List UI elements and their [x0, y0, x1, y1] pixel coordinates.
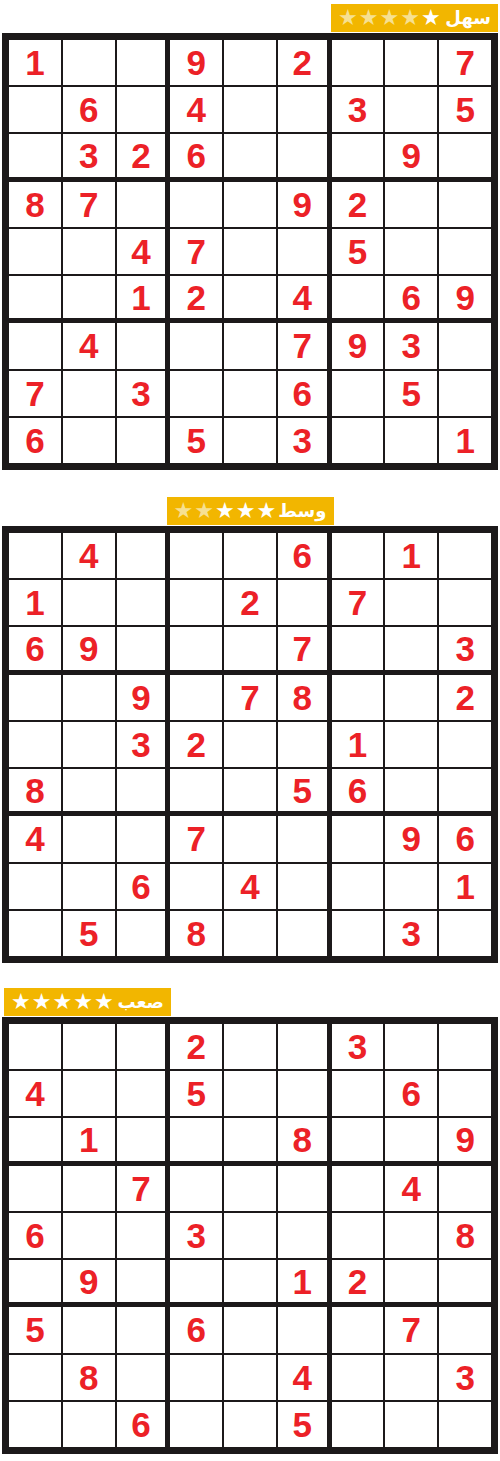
- cell-r4c1: [8, 674, 62, 721]
- cell-r7c3: [116, 815, 170, 862]
- cell-r1c2: 4: [62, 532, 116, 579]
- cell-r4c7: [331, 674, 385, 721]
- cell-r3c8: [384, 1117, 438, 1164]
- cell-r7c6: 7: [277, 322, 331, 369]
- cell-r2c5: [223, 1070, 277, 1117]
- cell-r7c5: [223, 1306, 277, 1353]
- cell-r2c5: [223, 86, 277, 133]
- cell-r3c9: [438, 133, 492, 180]
- cell-r2c7: 3: [331, 86, 385, 133]
- cell-r8c8: [384, 1354, 438, 1401]
- cell-r7c7: 9: [331, 322, 385, 369]
- cell-r6c1: 8: [8, 768, 62, 815]
- cell-r1c2: [62, 1023, 116, 1070]
- cell-r7c5: [223, 322, 277, 369]
- cell-r5c2: [62, 228, 116, 275]
- cell-r4c6: [277, 1165, 331, 1212]
- cell-r6c9: 9: [438, 275, 492, 322]
- cell-r2c2: [62, 1070, 116, 1117]
- cell-r2c3: [116, 1070, 170, 1117]
- cell-r8c3: 3: [116, 370, 170, 417]
- star-empty-icon: ★: [338, 7, 358, 29]
- star-filled-icon: ★: [215, 500, 235, 522]
- cell-r9c2: [62, 1401, 116, 1448]
- cell-r7c3: [116, 322, 170, 369]
- cell-r2c1: 4: [8, 1070, 62, 1117]
- cell-r3c5: [223, 626, 277, 673]
- cell-r1c7: 3: [331, 1023, 385, 1070]
- cell-r1c9: 7: [438, 39, 492, 86]
- cell-r4c2: 7: [62, 181, 116, 228]
- cell-r9c1: [8, 1401, 62, 1448]
- cell-r6c5: [223, 275, 277, 322]
- cell-r7c7: [331, 815, 385, 862]
- cell-r4c4: [169, 181, 223, 228]
- cell-r8c4: [169, 370, 223, 417]
- cell-r1c5: [223, 532, 277, 579]
- cell-r7c2: [62, 1306, 116, 1353]
- cell-r9c3: 6: [116, 1401, 170, 1448]
- star-empty-icon: ★: [379, 7, 399, 29]
- cell-r1c8: 1: [384, 532, 438, 579]
- cell-r7c9: [438, 1306, 492, 1353]
- cell-r5c1: 6: [8, 1212, 62, 1259]
- difficulty-banner-easy: ★★★★★ سهل: [331, 4, 498, 32]
- cell-r2c4: 4: [169, 86, 223, 133]
- star-filled-icon: ★: [32, 991, 52, 1013]
- cell-r1c1: [8, 532, 62, 579]
- cell-r3c7: [331, 133, 385, 180]
- cell-r9c4: 5: [169, 417, 223, 464]
- cell-r9c4: [169, 1401, 223, 1448]
- cell-r3c5: [223, 1117, 277, 1164]
- cell-r5c8: [384, 228, 438, 275]
- cell-r3c4: 6: [169, 133, 223, 180]
- cell-r6c2: [62, 768, 116, 815]
- cell-r2c3: [116, 579, 170, 626]
- cell-r4c8: [384, 181, 438, 228]
- cell-r3c2: 1: [62, 1117, 116, 1164]
- cell-r8c7: [331, 370, 385, 417]
- cell-r2c4: [169, 579, 223, 626]
- cell-r1c9: [438, 1023, 492, 1070]
- cell-r9c7: [331, 1401, 385, 1448]
- cell-r8c1: [8, 1354, 62, 1401]
- cell-r2c9: [438, 579, 492, 626]
- cell-r2c2: 6: [62, 86, 116, 133]
- cell-r3c4: [169, 1117, 223, 1164]
- cell-r7c2: [62, 815, 116, 862]
- cell-r8c3: [116, 1354, 170, 1401]
- cell-r1c7: [331, 39, 385, 86]
- cell-r1c3: [116, 39, 170, 86]
- cell-r7c1: 5: [8, 1306, 62, 1353]
- cell-r8c6: 6: [277, 370, 331, 417]
- sudoku-grid-medium: 461127697397823218564796641583: [2, 526, 498, 963]
- cell-r7c4: 6: [169, 1306, 223, 1353]
- cell-r4c6: 8: [277, 674, 331, 721]
- cell-r9c9: [438, 910, 492, 957]
- cell-r7c1: 4: [8, 815, 62, 862]
- cell-r2c9: [438, 1070, 492, 1117]
- cell-r4c2: [62, 1165, 116, 1212]
- cell-r4c9: [438, 181, 492, 228]
- cell-r8c5: [223, 1354, 277, 1401]
- cell-r5c8: [384, 721, 438, 768]
- cell-r6c7: 2: [331, 1259, 385, 1306]
- star-filled-icon: ★: [236, 500, 256, 522]
- cell-r8c2: [62, 370, 116, 417]
- cell-r4c3: 7: [116, 1165, 170, 1212]
- banner-row-medium: ★★★★★ وسط: [2, 497, 498, 525]
- cell-r6c1: [8, 275, 62, 322]
- cell-r5c5: [223, 1212, 277, 1259]
- cell-r3c6: 8: [277, 1117, 331, 1164]
- difficulty-banner-medium: ★★★★★ وسط: [167, 497, 334, 525]
- star-empty-icon: ★: [359, 7, 379, 29]
- cell-r6c6: 1: [277, 1259, 331, 1306]
- cell-r8c6: [277, 863, 331, 910]
- cell-r1c1: 1: [8, 39, 62, 86]
- cell-r3c4: [169, 626, 223, 673]
- cell-r9c2: 5: [62, 910, 116, 957]
- cell-r3c5: [223, 133, 277, 180]
- cell-r1c4: 9: [169, 39, 223, 86]
- cell-r4c1: 8: [8, 181, 62, 228]
- cell-r6c4: [169, 768, 223, 815]
- star-rating-hard: ★★★★★: [11, 991, 114, 1013]
- cell-r7c9: 6: [438, 815, 492, 862]
- cell-r2c6: [277, 86, 331, 133]
- cell-r5c6: [277, 228, 331, 275]
- cell-r6c4: [169, 1259, 223, 1306]
- cell-r2c1: 1: [8, 579, 62, 626]
- cell-r6c7: [331, 275, 385, 322]
- cell-r3c1: [8, 1117, 62, 1164]
- cell-r8c4: [169, 1354, 223, 1401]
- cell-r4c7: 2: [331, 181, 385, 228]
- cell-r3c6: [277, 133, 331, 180]
- cell-r8c4: [169, 863, 223, 910]
- cell-r1c6: 2: [277, 39, 331, 86]
- cell-r3c7: [331, 1117, 385, 1164]
- cell-r6c6: 4: [277, 275, 331, 322]
- cell-r9c6: [277, 910, 331, 957]
- cell-r5c7: 1: [331, 721, 385, 768]
- cell-r6c1: [8, 1259, 62, 1306]
- cell-r1c6: [277, 1023, 331, 1070]
- cell-r9c9: [438, 1401, 492, 1448]
- cell-r7c6: [277, 1306, 331, 1353]
- cell-r9c2: [62, 417, 116, 464]
- cell-r4c5: [223, 181, 277, 228]
- cell-r6c8: [384, 768, 438, 815]
- cell-r7c5: [223, 815, 277, 862]
- star-filled-icon: ★: [73, 991, 93, 1013]
- cell-r5c3: 4: [116, 228, 170, 275]
- cell-r4c5: 7: [223, 674, 277, 721]
- cell-r3c3: [116, 626, 170, 673]
- cell-r6c8: 6: [384, 275, 438, 322]
- cell-r2c4: 5: [169, 1070, 223, 1117]
- cell-r8c9: 1: [438, 863, 492, 910]
- star-filled-icon: ★: [11, 991, 31, 1013]
- cell-r5c4: 2: [169, 721, 223, 768]
- cell-r1c5: [223, 39, 277, 86]
- difficulty-label-medium: وسط: [278, 497, 326, 525]
- cell-r4c9: 2: [438, 674, 492, 721]
- cell-r4c8: 4: [384, 1165, 438, 1212]
- cell-r2c3: [116, 86, 170, 133]
- star-empty-icon: ★: [174, 500, 194, 522]
- cell-r4c4: [169, 1165, 223, 1212]
- cell-r4c1: [8, 1165, 62, 1212]
- cell-r8c1: [8, 863, 62, 910]
- cell-r1c4: [169, 532, 223, 579]
- cell-r5c9: 8: [438, 1212, 492, 1259]
- cell-r9c3: [116, 417, 170, 464]
- cell-r2c8: [384, 86, 438, 133]
- cell-r4c8: [384, 674, 438, 721]
- cell-r6c4: 2: [169, 275, 223, 322]
- cell-r6c9: [438, 1259, 492, 1306]
- star-empty-icon: ★: [194, 500, 214, 522]
- star-filled-icon: ★: [94, 991, 114, 1013]
- cell-r3c8: [384, 626, 438, 673]
- cell-r5c5: [223, 228, 277, 275]
- cell-r4c4: [169, 674, 223, 721]
- cell-r9c9: 1: [438, 417, 492, 464]
- cell-r9c8: [384, 1401, 438, 1448]
- banner-row-easy: ★★★★★ سهل: [2, 4, 498, 32]
- cell-r1c8: [384, 1023, 438, 1070]
- cell-r8c7: [331, 863, 385, 910]
- cell-r5c7: [331, 1212, 385, 1259]
- sudoku-grid-easy: 192764353269879247512469479373656531: [2, 33, 498, 470]
- cell-r7c4: 7: [169, 815, 223, 862]
- cell-r4c2: [62, 674, 116, 721]
- cell-r8c6: 4: [277, 1354, 331, 1401]
- cell-r6c8: [384, 1259, 438, 1306]
- banner-row-hard: ★★★★★ صعب: [4, 988, 498, 1016]
- cell-r5c3: 3: [116, 721, 170, 768]
- cell-r9c8: 3: [384, 910, 438, 957]
- cell-r7c3: [116, 1306, 170, 1353]
- star-empty-icon: ★: [400, 7, 420, 29]
- cell-r8c5: [223, 370, 277, 417]
- cell-r8c3: 6: [116, 863, 170, 910]
- cell-r3c7: [331, 626, 385, 673]
- cell-r7c8: 9: [384, 815, 438, 862]
- cell-r9c5: [223, 910, 277, 957]
- cell-r5c6: [277, 1212, 331, 1259]
- star-filled-icon: ★: [256, 500, 276, 522]
- cell-r4c5: [223, 1165, 277, 1212]
- cell-r8c9: 3: [438, 1354, 492, 1401]
- star-filled-icon: ★: [421, 7, 441, 29]
- cell-r7c9: [438, 322, 492, 369]
- cell-r6c5: [223, 1259, 277, 1306]
- cell-r6c2: 9: [62, 1259, 116, 1306]
- cell-r9c3: [116, 910, 170, 957]
- cell-r1c9: [438, 532, 492, 579]
- cell-r1c6: 6: [277, 532, 331, 579]
- cell-r7c1: [8, 322, 62, 369]
- cell-r5c7: 5: [331, 228, 385, 275]
- cell-r8c7: [331, 1354, 385, 1401]
- cell-r4c6: 9: [277, 181, 331, 228]
- cell-r9c1: [8, 910, 62, 957]
- cell-r1c4: 2: [169, 1023, 223, 1070]
- cell-r5c2: [62, 721, 116, 768]
- cell-r3c1: 6: [8, 626, 62, 673]
- cell-r5c2: [62, 1212, 116, 1259]
- cell-r8c8: [384, 863, 438, 910]
- cell-r1c7: [331, 532, 385, 579]
- cell-r6c7: 6: [331, 768, 385, 815]
- cell-r6c9: [438, 768, 492, 815]
- cell-r2c8: [384, 579, 438, 626]
- cell-r5c4: 7: [169, 228, 223, 275]
- cell-r8c2: [62, 863, 116, 910]
- cell-r5c5: [223, 721, 277, 768]
- cell-r3c9: 9: [438, 1117, 492, 1164]
- cell-r9c6: 3: [277, 417, 331, 464]
- cell-r4c3: [116, 181, 170, 228]
- cell-r1c5: [223, 1023, 277, 1070]
- cell-r7c4: [169, 322, 223, 369]
- cell-r4c3: 9: [116, 674, 170, 721]
- cell-r6c3: [116, 1259, 170, 1306]
- cell-r7c2: 4: [62, 322, 116, 369]
- star-filled-icon: ★: [52, 991, 72, 1013]
- cell-r3c9: 3: [438, 626, 492, 673]
- cell-r9c5: [223, 1401, 277, 1448]
- cell-r6c5: [223, 768, 277, 815]
- cell-r6c2: [62, 275, 116, 322]
- cell-r5c3: [116, 1212, 170, 1259]
- cell-r5c4: 3: [169, 1212, 223, 1259]
- cell-r1c2: [62, 39, 116, 86]
- cell-r3c3: [116, 1117, 170, 1164]
- cell-r8c8: 5: [384, 370, 438, 417]
- cell-r9c7: [331, 910, 385, 957]
- cell-r2c8: 6: [384, 1070, 438, 1117]
- cell-r8c2: 8: [62, 1354, 116, 1401]
- cell-r4c7: [331, 1165, 385, 1212]
- cell-r6c3: [116, 768, 170, 815]
- cell-r8c1: 7: [8, 370, 62, 417]
- cell-r9c1: 6: [8, 417, 62, 464]
- star-rating-medium: ★★★★★: [174, 500, 277, 522]
- cell-r5c8: [384, 1212, 438, 1259]
- cell-r7c8: 3: [384, 322, 438, 369]
- cell-r2c2: [62, 579, 116, 626]
- cell-r5c1: [8, 228, 62, 275]
- cell-r3c2: 3: [62, 133, 116, 180]
- cell-r2c7: [331, 1070, 385, 1117]
- cell-r9c6: 5: [277, 1401, 331, 1448]
- cell-r8c9: [438, 370, 492, 417]
- cell-r3c1: [8, 133, 62, 180]
- sudoku-grid-hard: 234561897463891256784365: [2, 1017, 498, 1454]
- cell-r3c2: 9: [62, 626, 116, 673]
- cell-r5c6: [277, 721, 331, 768]
- difficulty-label-hard: صعب: [117, 988, 164, 1016]
- difficulty-banner-hard: ★★★★★ صعب: [4, 988, 171, 1016]
- cell-r5c9: [438, 228, 492, 275]
- cell-r7c8: 7: [384, 1306, 438, 1353]
- cell-r6c3: 1: [116, 275, 170, 322]
- cell-r9c5: [223, 417, 277, 464]
- cell-r3c8: 9: [384, 133, 438, 180]
- cell-r5c1: [8, 721, 62, 768]
- cell-r7c7: [331, 1306, 385, 1353]
- cell-r2c1: [8, 86, 62, 133]
- cell-r3c6: 7: [277, 626, 331, 673]
- cell-r4c9: [438, 1165, 492, 1212]
- cell-r2c6: [277, 579, 331, 626]
- cell-r1c1: [8, 1023, 62, 1070]
- cell-r2c9: 5: [438, 86, 492, 133]
- cell-r9c4: 8: [169, 910, 223, 957]
- cell-r9c8: [384, 417, 438, 464]
- cell-r5c9: [438, 721, 492, 768]
- difficulty-label-easy: سهل: [445, 4, 491, 32]
- cell-r2c5: 2: [223, 579, 277, 626]
- cell-r3c3: 2: [116, 133, 170, 180]
- cell-r8c5: 4: [223, 863, 277, 910]
- cell-r1c3: [116, 532, 170, 579]
- cell-r2c7: 7: [331, 579, 385, 626]
- cell-r9c7: [331, 417, 385, 464]
- cell-r6c6: 5: [277, 768, 331, 815]
- cell-r1c8: [384, 39, 438, 86]
- cell-r1c3: [116, 1023, 170, 1070]
- star-rating-easy: ★★★★★: [338, 7, 441, 29]
- cell-r2c6: [277, 1070, 331, 1117]
- cell-r7c6: [277, 815, 331, 862]
